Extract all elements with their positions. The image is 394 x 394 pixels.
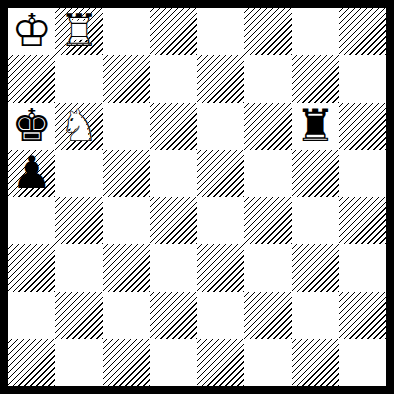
square-a1[interactable]	[8, 339, 55, 386]
square-b3[interactable]	[55, 244, 102, 291]
piece-black-rook[interactable]: ♜	[292, 103, 339, 150]
square-e7[interactable]	[197, 55, 244, 102]
square-c2[interactable]	[103, 292, 150, 339]
square-h7[interactable]	[339, 55, 386, 102]
square-d4[interactable]	[150, 197, 197, 244]
piece-glyph: ♚	[8, 103, 55, 150]
square-d3[interactable]	[150, 244, 197, 291]
piece-black-pawn[interactable]: ♟	[8, 150, 55, 197]
square-c5[interactable]	[103, 150, 150, 197]
square-c3[interactable]	[103, 244, 150, 291]
square-a8[interactable]: ♚♔	[8, 8, 55, 55]
square-b6[interactable]: ♞♘	[55, 103, 102, 150]
square-d5[interactable]	[150, 150, 197, 197]
chess-board: ♚♔♜♖♚♞♘♜♟	[0, 0, 394, 394]
square-e1[interactable]	[197, 339, 244, 386]
square-f7[interactable]	[244, 55, 291, 102]
square-d7[interactable]	[150, 55, 197, 102]
square-e2[interactable]	[197, 292, 244, 339]
square-h3[interactable]	[339, 244, 386, 291]
piece-white-king[interactable]: ♚♔	[8, 8, 55, 55]
piece-black-king[interactable]: ♚	[8, 103, 55, 150]
square-g5[interactable]	[292, 150, 339, 197]
square-h1[interactable]	[339, 339, 386, 386]
square-a7[interactable]	[8, 55, 55, 102]
square-g8[interactable]	[292, 8, 339, 55]
square-f2[interactable]	[244, 292, 291, 339]
square-f6[interactable]	[244, 103, 291, 150]
piece-glyph: ♜	[292, 103, 339, 150]
square-g3[interactable]	[292, 244, 339, 291]
square-b8[interactable]: ♜♖	[55, 8, 102, 55]
square-f1[interactable]	[244, 339, 291, 386]
square-a6[interactable]: ♚	[8, 103, 55, 150]
square-e4[interactable]	[197, 197, 244, 244]
square-h4[interactable]	[339, 197, 386, 244]
square-b2[interactable]	[55, 292, 102, 339]
piece-white-knight[interactable]: ♞♘	[55, 103, 102, 150]
square-g2[interactable]	[292, 292, 339, 339]
square-f3[interactable]	[244, 244, 291, 291]
square-c4[interactable]	[103, 197, 150, 244]
square-g6[interactable]: ♜	[292, 103, 339, 150]
piece-glyph: ♔	[8, 8, 55, 55]
square-c6[interactable]	[103, 103, 150, 150]
square-f4[interactable]	[244, 197, 291, 244]
square-b7[interactable]	[55, 55, 102, 102]
piece-white-rook[interactable]: ♜♖	[55, 8, 102, 55]
square-c1[interactable]	[103, 339, 150, 386]
square-b4[interactable]	[55, 197, 102, 244]
square-h6[interactable]	[339, 103, 386, 150]
square-c7[interactable]	[103, 55, 150, 102]
square-c8[interactable]	[103, 8, 150, 55]
square-e6[interactable]	[197, 103, 244, 150]
square-f5[interactable]	[244, 150, 291, 197]
square-a3[interactable]	[8, 244, 55, 291]
square-d8[interactable]	[150, 8, 197, 55]
square-d2[interactable]	[150, 292, 197, 339]
square-f8[interactable]	[244, 8, 291, 55]
square-a2[interactable]	[8, 292, 55, 339]
square-h5[interactable]	[339, 150, 386, 197]
piece-glyph: ♘	[55, 103, 102, 150]
square-d1[interactable]	[150, 339, 197, 386]
square-a5[interactable]: ♟	[8, 150, 55, 197]
square-h8[interactable]	[339, 8, 386, 55]
square-h2[interactable]	[339, 292, 386, 339]
square-g7[interactable]	[292, 55, 339, 102]
square-e3[interactable]	[197, 244, 244, 291]
piece-glyph: ♖	[55, 8, 102, 55]
piece-glyph: ♟	[8, 150, 55, 197]
square-g1[interactable]	[292, 339, 339, 386]
square-g4[interactable]	[292, 197, 339, 244]
square-a4[interactable]	[8, 197, 55, 244]
square-e8[interactable]	[197, 8, 244, 55]
square-b1[interactable]	[55, 339, 102, 386]
square-d6[interactable]	[150, 103, 197, 150]
square-b5[interactable]	[55, 150, 102, 197]
square-e5[interactable]	[197, 150, 244, 197]
